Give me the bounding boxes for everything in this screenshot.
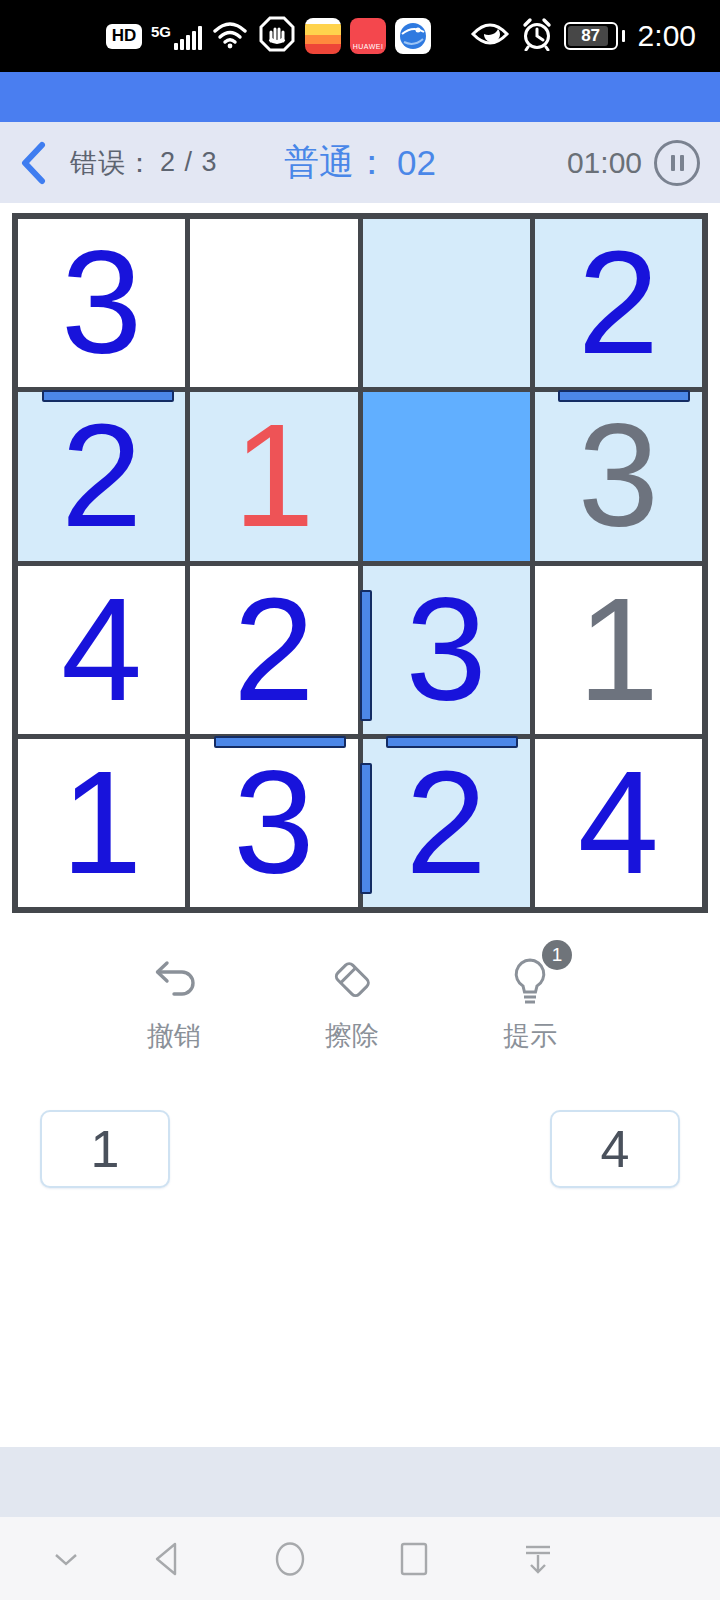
game-header: 错误： 2 / 3 普通： 02 01:00 [0,122,720,203]
hd-icon: HD [106,24,142,49]
cell-r3c2[interactable]: 2 [190,566,357,734]
clock-time: 2:00 [638,19,696,53]
hint-count-badge: 1 [542,940,572,970]
cell-r1c2[interactable] [190,219,357,387]
cell-r2c2[interactable]: 1 [190,392,357,560]
bottom-band [0,1447,720,1517]
hand-dnd-icon [258,15,296,57]
cell-r4c2[interactable]: 3 [190,739,357,907]
eye-comfort-icon [470,19,510,53]
erase-label: 擦除 [325,1018,379,1054]
undo-label: 撤销 [147,1018,201,1054]
region-bar-h-r3c2 [214,736,346,748]
erase-button[interactable]: 擦除 [296,952,408,1054]
difficulty-label: 普通： [284,139,389,186]
cell-r1c1[interactable]: 3 [18,219,185,387]
wifi-icon [211,19,249,53]
difficulty-value: 02 [397,143,436,183]
battery-icon: 87 [564,22,618,50]
cell-r2c1[interactable]: 2 [18,392,185,560]
region-bar-v-r4c2 [360,763,372,894]
globe-app-icon [395,18,431,54]
alarm-clock-icon [519,17,555,55]
status-left-cluster: HD 5G HUAWEI [106,0,431,72]
hide-navbar-chevron-icon[interactable] [44,1517,88,1600]
network-label: 5G [151,23,171,40]
cell-r2c4[interactable]: 3 [535,392,702,560]
nav-collapse-icon[interactable] [516,1517,560,1600]
region-bar-v-r3c2 [360,590,372,721]
status-right-cluster: 87 2:00 [470,0,696,72]
top-banner [0,72,720,122]
hint-button[interactable]: 1 提示 [474,952,586,1054]
battery-nub-icon [622,30,625,42]
game-timer: 01:00 [567,122,642,203]
cell-r3c4[interactable]: 1 [535,566,702,734]
cell-r4c3[interactable]: 2 [363,739,530,907]
eraser-icon [324,952,380,1008]
region-bar-h-r1c4 [558,390,690,402]
numpad-button-4[interactable]: 4 [550,1110,680,1188]
region-bar-h-r3c3 [386,736,518,748]
board: 3221342311324 [12,213,708,913]
region-bar-h-r1c1 [42,390,174,402]
toolbar: 撤销 擦除 1 提示 [118,952,586,1054]
nav-recents-icon[interactable] [392,1517,436,1600]
5g-signal-icon: 5G [151,23,202,50]
battery-percent: 87 [581,26,600,46]
numpad-button-1[interactable]: 1 [40,1110,170,1188]
cell-r2c3[interactable] [363,392,530,560]
hint-label: 提示 [503,1018,557,1054]
nav-home-icon[interactable] [268,1517,312,1600]
cell-r4c1[interactable]: 1 [18,739,185,907]
pause-button[interactable] [654,140,700,186]
cell-r3c1[interactable]: 4 [18,566,185,734]
status-bar: HD 5G HUAWEI [0,0,720,72]
undo-icon [146,952,202,1008]
cell-r1c4[interactable]: 2 [535,219,702,387]
striped-app-icon [305,18,341,54]
nav-back-icon[interactable] [144,1517,188,1600]
cell-r1c3[interactable] [363,219,530,387]
red-app-icon: HUAWEI [350,18,386,54]
cell-r3c3[interactable]: 3 [363,566,530,734]
signal-bars-icon [174,26,202,50]
undo-button[interactable]: 撤销 [118,952,230,1054]
navigation-bar [0,1517,720,1600]
cell-r4c4[interactable]: 4 [535,739,702,907]
